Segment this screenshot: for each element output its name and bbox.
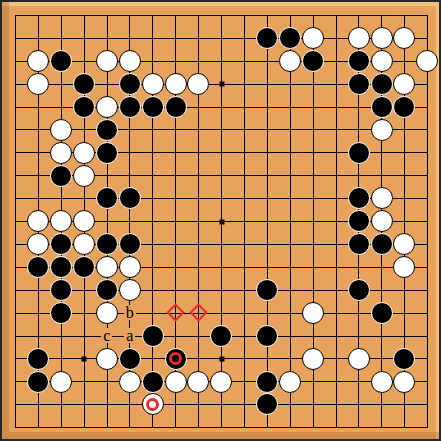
board-point (118, 393, 141, 416)
board-point (370, 141, 393, 164)
board-point (370, 279, 393, 302)
board-point (73, 393, 96, 416)
board-point (4, 210, 27, 233)
board-point (187, 416, 210, 439)
board-point (50, 233, 73, 256)
board-point (118, 4, 141, 27)
board-point (324, 256, 347, 279)
white-stone (302, 27, 324, 49)
black-stone (256, 325, 278, 347)
board-point (279, 324, 302, 347)
white-stone (96, 96, 118, 118)
white-stone (50, 142, 72, 164)
board-point (393, 393, 416, 416)
board-point (256, 164, 279, 187)
board-point (301, 27, 324, 50)
board-point (256, 279, 279, 302)
board-point (187, 4, 210, 27)
board-point (164, 347, 187, 370)
board-point (370, 416, 393, 439)
black-stone (165, 96, 187, 118)
board-point (27, 347, 50, 370)
black-stone (371, 96, 393, 118)
black-stone (142, 96, 164, 118)
black-stone (371, 73, 393, 95)
board-point (416, 256, 439, 279)
board-point (73, 73, 96, 96)
board-point (27, 210, 50, 233)
board-point (233, 393, 256, 416)
black-stone (27, 348, 49, 370)
board-point (27, 187, 50, 210)
board-point (256, 370, 279, 393)
board-point (4, 95, 27, 118)
board-point (164, 4, 187, 27)
board-point (95, 393, 118, 416)
board-point (141, 301, 164, 324)
board-point (324, 27, 347, 50)
black-stone (96, 279, 118, 301)
board-point (393, 187, 416, 210)
board-point (370, 301, 393, 324)
black-stone (165, 348, 187, 370)
board-point (210, 187, 233, 210)
board-point (27, 393, 50, 416)
board-point (118, 370, 141, 393)
board-point (233, 324, 256, 347)
board-point (370, 210, 393, 233)
black-stone (73, 96, 95, 118)
board-point (95, 233, 118, 256)
black-stone (348, 142, 370, 164)
board-point (4, 187, 27, 210)
white-stone (279, 50, 301, 72)
white-stone (371, 27, 393, 49)
diamond-mark (189, 304, 207, 322)
board-point (324, 164, 347, 187)
board-point (233, 347, 256, 370)
board-point (256, 324, 279, 347)
board-point (393, 4, 416, 27)
board-point (73, 347, 96, 370)
board-point (416, 164, 439, 187)
board-point (164, 301, 187, 324)
board-point (210, 164, 233, 187)
point-label-b: b (124, 305, 136, 320)
board-point (27, 164, 50, 187)
black-stone (27, 371, 49, 393)
board-point (118, 347, 141, 370)
board-point (370, 27, 393, 50)
board-point (4, 4, 27, 27)
board-point (301, 50, 324, 73)
board-point (50, 118, 73, 141)
board-point (95, 27, 118, 50)
white-stone (302, 348, 324, 370)
board-point (50, 279, 73, 302)
board-point (4, 73, 27, 96)
board-point (164, 187, 187, 210)
board-point (233, 50, 256, 73)
board-point (141, 164, 164, 187)
board-point (256, 141, 279, 164)
black-stone (348, 233, 370, 255)
board-point (4, 393, 27, 416)
board-point (50, 256, 73, 279)
white-stone (371, 187, 393, 209)
board-point (416, 393, 439, 416)
board-point (301, 233, 324, 256)
black-stone (279, 27, 301, 49)
board-point (187, 210, 210, 233)
board-point (164, 256, 187, 279)
board-point (301, 416, 324, 439)
black-stone (119, 73, 141, 95)
board-point (141, 393, 164, 416)
board-point (393, 50, 416, 73)
board-point (141, 370, 164, 393)
board-point (118, 27, 141, 50)
board-point (95, 416, 118, 439)
board-point (324, 141, 347, 164)
circle-mark (169, 352, 182, 365)
board-point (393, 347, 416, 370)
board-point (210, 416, 233, 439)
board-point (187, 324, 210, 347)
board-point (279, 27, 302, 50)
board-point (27, 324, 50, 347)
board-point (233, 95, 256, 118)
board-point (141, 256, 164, 279)
board-point (233, 210, 256, 233)
white-stone (73, 210, 95, 232)
black-stone (256, 27, 278, 49)
black-stone (256, 393, 278, 415)
board-point (393, 73, 416, 96)
board-point (4, 141, 27, 164)
board-point (187, 187, 210, 210)
board-point (324, 233, 347, 256)
board-point (233, 141, 256, 164)
board-point (279, 301, 302, 324)
board-point (210, 301, 233, 324)
board-point (393, 324, 416, 347)
board-point (301, 324, 324, 347)
board-point (95, 50, 118, 73)
board-point (256, 233, 279, 256)
board-point (233, 4, 256, 27)
board-point (279, 141, 302, 164)
board-point (50, 50, 73, 73)
board-point (210, 279, 233, 302)
board-point (4, 301, 27, 324)
white-stone (96, 348, 118, 370)
board-point (95, 164, 118, 187)
board-point (164, 416, 187, 439)
board-point (416, 233, 439, 256)
board-point (370, 164, 393, 187)
board-point (187, 370, 210, 393)
board-point (370, 95, 393, 118)
board-point (416, 4, 439, 27)
white-stone (73, 142, 95, 164)
board-point (256, 50, 279, 73)
board-point (279, 279, 302, 302)
board-point (370, 73, 393, 96)
board-point (118, 233, 141, 256)
board-point (393, 301, 416, 324)
go-diagram: bca (0, 0, 441, 441)
board-point (324, 416, 347, 439)
board-point (301, 347, 324, 370)
board-point (50, 393, 73, 416)
board-point (187, 256, 210, 279)
board-point (279, 50, 302, 73)
board-point (164, 141, 187, 164)
white-stone (96, 302, 118, 324)
board-point (141, 324, 164, 347)
board-point (393, 27, 416, 50)
point-label-c: c (101, 328, 112, 343)
board-point (233, 187, 256, 210)
board-point (73, 210, 96, 233)
board-point (118, 118, 141, 141)
board-point (187, 73, 210, 96)
board-point (324, 347, 347, 370)
board-point (141, 4, 164, 27)
board-point (279, 118, 302, 141)
black-stone (348, 187, 370, 209)
board-point (416, 416, 439, 439)
board-point (210, 393, 233, 416)
circle-mark (146, 398, 159, 411)
board-point (73, 279, 96, 302)
board-point (347, 187, 370, 210)
board-point (324, 324, 347, 347)
board-point (210, 256, 233, 279)
board-point (279, 416, 302, 439)
board-point (416, 301, 439, 324)
board-point (187, 233, 210, 256)
board-point (279, 95, 302, 118)
board-point (233, 27, 256, 50)
board-point (393, 118, 416, 141)
board-point (27, 141, 50, 164)
board-point (301, 301, 324, 324)
board-point (347, 27, 370, 50)
board-point (210, 50, 233, 73)
board-point (347, 393, 370, 416)
board-point (50, 95, 73, 118)
board-point (95, 95, 118, 118)
board-point (50, 187, 73, 210)
board-point (141, 73, 164, 96)
board-point (301, 256, 324, 279)
board-point (164, 233, 187, 256)
board-point (256, 27, 279, 50)
board-point (347, 370, 370, 393)
board-point (416, 73, 439, 96)
board-point (279, 210, 302, 233)
white-stone (96, 256, 118, 278)
board-point (324, 73, 347, 96)
black-stone (96, 142, 118, 164)
board-point (233, 370, 256, 393)
board-point (324, 279, 347, 302)
board-point (27, 27, 50, 50)
board-point (73, 4, 96, 27)
board-point: a (118, 324, 141, 347)
board-point (233, 164, 256, 187)
board-point (50, 324, 73, 347)
board-point (256, 95, 279, 118)
board-point (393, 256, 416, 279)
board-point (347, 347, 370, 370)
board-point (50, 370, 73, 393)
board-point (324, 301, 347, 324)
board-point (301, 370, 324, 393)
board-point (4, 416, 27, 439)
board-point (4, 279, 27, 302)
black-stone (302, 50, 324, 72)
board-point (393, 279, 416, 302)
white-stone (371, 50, 393, 72)
board-point: c (95, 324, 118, 347)
board-point (118, 164, 141, 187)
board-point: b (118, 301, 141, 324)
black-stone (348, 279, 370, 301)
board-point (301, 73, 324, 96)
board-point (347, 164, 370, 187)
board-point (347, 73, 370, 96)
black-stone (50, 165, 72, 187)
board-point (256, 4, 279, 27)
board-point (95, 73, 118, 96)
white-stone (393, 27, 415, 49)
board-point (50, 301, 73, 324)
board-point (301, 279, 324, 302)
white-stone (371, 210, 393, 232)
board-point (416, 50, 439, 73)
board-point (73, 256, 96, 279)
white-stone (27, 210, 49, 232)
white-stone (187, 371, 209, 393)
board-point (50, 210, 73, 233)
board-point (416, 27, 439, 50)
board-point (233, 279, 256, 302)
board-point (4, 50, 27, 73)
board-point (416, 187, 439, 210)
black-stone (142, 371, 164, 393)
black-stone (96, 233, 118, 255)
board-point (141, 27, 164, 50)
black-stone (348, 210, 370, 232)
board-point (279, 187, 302, 210)
goban: bca (0, 0, 441, 441)
white-stone (393, 256, 415, 278)
board-point (50, 141, 73, 164)
diamond-mark (166, 304, 184, 322)
board-point (50, 4, 73, 27)
black-stone (119, 96, 141, 118)
board-point (256, 187, 279, 210)
board-point (210, 233, 233, 256)
white-stone (393, 371, 415, 393)
board-point (324, 370, 347, 393)
board-point (95, 141, 118, 164)
board-point (141, 347, 164, 370)
black-stone (50, 302, 72, 324)
board-point (416, 95, 439, 118)
board-point (27, 73, 50, 96)
board-point (73, 324, 96, 347)
board-point (164, 95, 187, 118)
board-point (187, 118, 210, 141)
board-point (393, 416, 416, 439)
board-point (27, 256, 50, 279)
board-point (27, 50, 50, 73)
black-stone (73, 256, 95, 278)
board-point (4, 27, 27, 50)
black-stone (393, 348, 415, 370)
board-point (95, 4, 118, 27)
board-point (370, 187, 393, 210)
board-point (370, 4, 393, 27)
board-point (118, 95, 141, 118)
board-point (301, 4, 324, 27)
board-point (370, 370, 393, 393)
board-point (233, 73, 256, 96)
board-point (164, 279, 187, 302)
board-point (187, 27, 210, 50)
white-stone (165, 371, 187, 393)
white-stone (119, 279, 141, 301)
black-stone (348, 50, 370, 72)
board-point (4, 347, 27, 370)
board-point (187, 301, 210, 324)
board-point (324, 118, 347, 141)
board-point (347, 210, 370, 233)
board-point (393, 164, 416, 187)
board-point (141, 416, 164, 439)
board-point (95, 187, 118, 210)
black-stone (50, 233, 72, 255)
white-stone (393, 233, 415, 255)
white-stone (393, 73, 415, 95)
white-stone (302, 302, 324, 324)
white-stone (142, 73, 164, 95)
board-point (279, 256, 302, 279)
board-point (95, 279, 118, 302)
black-stone (73, 73, 95, 95)
board-point (324, 187, 347, 210)
board-point (210, 210, 233, 233)
board-point (416, 118, 439, 141)
board-point (4, 233, 27, 256)
white-stone (142, 393, 164, 415)
board-point (256, 393, 279, 416)
black-stone (142, 325, 164, 347)
board-point (256, 347, 279, 370)
board-point (187, 95, 210, 118)
white-stone (279, 371, 301, 393)
board-point (141, 50, 164, 73)
board-point (347, 256, 370, 279)
board-point (141, 141, 164, 164)
board-point (164, 393, 187, 416)
point-label-a: a (124, 328, 135, 343)
board-point (73, 27, 96, 50)
